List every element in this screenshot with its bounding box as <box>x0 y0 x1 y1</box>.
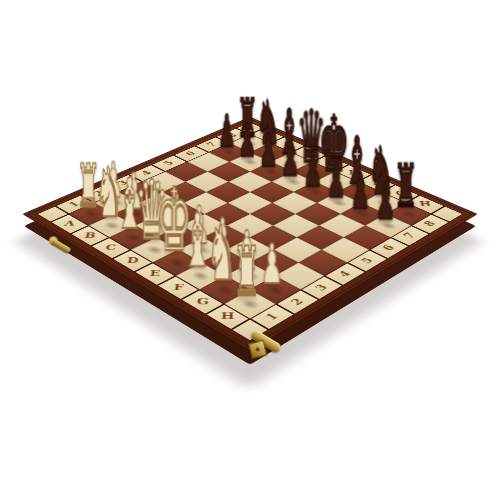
coordinate-text: 6 <box>381 244 397 252</box>
piece-contact-shadow <box>370 197 396 210</box>
coordinate-text: 5 <box>163 160 177 166</box>
coordinate-text: 5 <box>360 256 376 265</box>
coordinate-text: D <box>325 161 336 166</box>
piece-contact-shadow <box>259 147 283 158</box>
corner-block-top-right <box>431 206 464 222</box>
coordinate-text: 3 <box>313 283 330 292</box>
piece-contact-shadow <box>347 186 373 198</box>
piece-contact-shadow <box>238 138 261 148</box>
coordinate-text: F <box>372 180 382 186</box>
piece-contact-shadow <box>104 197 129 210</box>
piece-contact-shadow <box>163 255 191 270</box>
coordinate-text: D <box>126 257 139 264</box>
coordinate-text: E <box>149 270 160 277</box>
piece-contact-shadow <box>141 243 168 258</box>
coordinate-text: 6 <box>184 151 198 157</box>
piece-contact-shadow <box>395 207 422 220</box>
piece-contact-shadow <box>326 197 352 210</box>
piece-contact-shadow <box>281 176 306 188</box>
piece-contact-shadow <box>303 186 329 198</box>
piece-contact-shadow <box>124 207 150 220</box>
piece-contact-shadow <box>166 230 193 244</box>
piece-contact-shadow <box>218 147 242 158</box>
piece-contact-shadow <box>99 219 125 233</box>
piece-contact-shadow <box>350 207 377 220</box>
coordinate-text: G <box>395 191 407 197</box>
board-3d-wrapper: ABCDEFGH8♜♞♝♛♚♝♞♜87♟♟♟♟♟♟♟♟7665544332♟♟♟… <box>22 117 477 352</box>
coordinate-text: F <box>173 284 184 292</box>
piece-contact-shadow <box>235 296 265 313</box>
coordinate-text: 3 <box>117 180 131 187</box>
coordinate-text: B <box>283 142 293 147</box>
file-label-c-near: C <box>91 237 131 258</box>
coordinate-text: C <box>304 151 314 156</box>
coordinate-text: 4 <box>337 270 354 279</box>
piece-contact-shadow <box>210 282 239 298</box>
piece-contact-shadow <box>259 166 284 177</box>
chess-board: ABCDEFGH8♜♞♝♛♚♝♞♜87♟♟♟♟♟♟♟♟7665544332♟♟♟… <box>36 122 463 341</box>
coordinate-text: 7 <box>206 142 219 148</box>
piece-contact-shadow <box>238 156 262 167</box>
piece-contact-shadow <box>375 219 402 233</box>
coordinate-text: A <box>263 133 272 138</box>
coordinate-text: A <box>64 221 76 227</box>
coordinate-text: B <box>83 232 95 239</box>
coordinate-text: C <box>105 245 117 252</box>
coordinate-text: 2 <box>289 297 306 307</box>
coordinate-text: 8 <box>423 220 439 228</box>
piece-contact-shadow <box>186 268 214 284</box>
coordinate-text: E <box>348 170 358 176</box>
piece-contact-shadow <box>261 282 290 298</box>
coordinate-text: 8 <box>226 133 239 139</box>
coordinate-text: G <box>196 298 209 306</box>
square-h6 <box>344 226 391 250</box>
coordinate-text: 2 <box>92 190 106 197</box>
chess-set-photo: ABCDEFGH8♜♞♝♛♚♝♞♜87♟♟♟♟♟♟♟♟7665544332♟♟♟… <box>0 0 500 500</box>
piece-contact-shadow <box>212 255 240 270</box>
piece-contact-shadow <box>324 176 349 188</box>
coordinate-text: H <box>419 201 432 207</box>
piece-contact-shadow <box>189 243 216 258</box>
piece-contact-shadow <box>301 166 326 177</box>
board-frame: ABCDEFGH8♜♞♝♛♚♝♞♜87♟♟♟♟♟♟♟♟7665544332♟♟♟… <box>22 117 477 352</box>
coordinate-text: H <box>221 313 235 321</box>
coordinate-text: 4 <box>140 170 154 177</box>
piece-contact-shadow <box>79 207 105 220</box>
coordinate-text: 1 <box>264 312 281 322</box>
coordinate-text: 7 <box>402 232 418 240</box>
piece-contact-shadow <box>145 219 171 233</box>
piece-contact-shadow <box>280 156 304 167</box>
coordinate-text: 1 <box>68 201 82 208</box>
piece-contact-shadow <box>236 268 265 284</box>
piece-contact-shadow <box>120 230 147 244</box>
